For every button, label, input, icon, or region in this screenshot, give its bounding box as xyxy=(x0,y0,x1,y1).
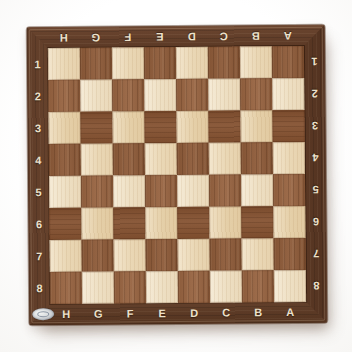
chess-board: HGFEDCBAHGFEDCBA1234567812345678 xyxy=(27,25,328,326)
file-label-bottom-d: D xyxy=(178,303,210,324)
square-e8[interactable] xyxy=(146,271,178,303)
square-c1[interactable] xyxy=(208,46,240,78)
rank-label-left-6: 6 xyxy=(28,208,49,240)
file-label-bottom-a: A xyxy=(274,302,306,323)
square-f6[interactable] xyxy=(113,207,145,239)
square-c5[interactable] xyxy=(209,174,241,206)
square-b5[interactable] xyxy=(241,174,273,206)
square-e1[interactable] xyxy=(144,47,176,79)
square-a5[interactable] xyxy=(273,174,305,206)
file-label-bottom-c: C xyxy=(210,302,242,323)
square-c2[interactable] xyxy=(208,78,240,110)
square-a6[interactable] xyxy=(273,206,305,238)
rank-label-left-5: 5 xyxy=(28,176,49,208)
square-h5[interactable] xyxy=(49,176,81,208)
square-f2[interactable] xyxy=(112,79,144,111)
square-h4[interactable] xyxy=(49,144,81,176)
file-label-top-b: B xyxy=(240,25,272,46)
rank-label-right-8: 8 xyxy=(306,270,327,302)
square-d5[interactable] xyxy=(177,175,209,207)
square-f8[interactable] xyxy=(114,271,146,303)
square-d6[interactable] xyxy=(177,207,209,239)
square-a4[interactable] xyxy=(273,142,305,174)
square-b4[interactable] xyxy=(241,142,273,174)
square-e6[interactable] xyxy=(145,207,177,239)
rank-label-left-3: 3 xyxy=(27,112,48,144)
square-b8[interactable] xyxy=(242,270,274,302)
rank-label-right-6: 6 xyxy=(305,206,326,238)
square-g3[interactable] xyxy=(80,112,112,144)
file-label-top-g: G xyxy=(80,27,112,48)
file-label-bottom-e: E xyxy=(146,303,178,324)
square-f3[interactable] xyxy=(112,111,144,143)
square-c6[interactable] xyxy=(209,206,241,238)
rank-label-right-4: 4 xyxy=(305,142,326,174)
square-e7[interactable] xyxy=(146,239,178,271)
square-g4[interactable] xyxy=(81,144,113,176)
square-a7[interactable] xyxy=(274,238,306,270)
rank-label-left-2: 2 xyxy=(27,80,48,112)
file-label-top-d: D xyxy=(176,26,208,47)
square-f4[interactable] xyxy=(113,143,145,175)
square-e5[interactable] xyxy=(145,175,177,207)
square-c8[interactable] xyxy=(210,270,242,302)
rank-label-left-8: 8 xyxy=(29,272,50,304)
square-g2[interactable] xyxy=(80,80,112,112)
square-b7[interactable] xyxy=(242,238,274,270)
square-d1[interactable] xyxy=(176,47,208,79)
square-g6[interactable] xyxy=(81,208,113,240)
file-label-bottom-h: H xyxy=(50,304,82,325)
square-d4[interactable] xyxy=(177,143,209,175)
square-d2[interactable] xyxy=(176,79,208,111)
rank-label-left-1: 1 xyxy=(27,48,48,80)
rank-label-left-4: 4 xyxy=(28,144,49,176)
square-a2[interactable] xyxy=(272,78,304,110)
square-e3[interactable] xyxy=(144,111,176,143)
file-label-bottom-b: B xyxy=(242,302,274,323)
square-c4[interactable] xyxy=(209,142,241,174)
square-h6[interactable] xyxy=(49,208,81,240)
square-h1[interactable] xyxy=(48,48,80,80)
file-label-top-c: C xyxy=(208,25,240,46)
square-d3[interactable] xyxy=(176,111,208,143)
square-f7[interactable] xyxy=(114,239,146,271)
file-label-bottom-f: F xyxy=(114,303,146,324)
rank-label-right-1: 1 xyxy=(304,46,325,78)
square-e4[interactable] xyxy=(145,143,177,175)
file-label-top-a: A xyxy=(272,25,304,46)
square-c7[interactable] xyxy=(210,238,242,270)
rank-label-right-7: 7 xyxy=(306,238,327,270)
square-f1[interactable] xyxy=(112,47,144,79)
square-d7[interactable] xyxy=(178,239,210,271)
square-a3[interactable] xyxy=(272,110,304,142)
square-g8[interactable] xyxy=(82,272,114,304)
square-h7[interactable] xyxy=(50,240,82,272)
rank-label-right-5: 5 xyxy=(305,174,326,206)
square-g5[interactable] xyxy=(81,176,113,208)
file-label-top-e: E xyxy=(144,26,176,47)
square-a1[interactable] xyxy=(272,46,304,78)
square-e2[interactable] xyxy=(144,79,176,111)
square-d8[interactable] xyxy=(178,271,210,303)
board-photo: HGFEDCBAHGFEDCBA1234567812345678 xyxy=(0,0,352,352)
playing-field xyxy=(48,46,306,304)
rank-label-right-2: 2 xyxy=(304,78,325,110)
square-b3[interactable] xyxy=(240,110,272,142)
square-b2[interactable] xyxy=(240,78,272,110)
coordinate-labels: HGFEDCBAHGFEDCBA1234567812345678 xyxy=(27,25,325,28)
rank-label-left-7: 7 xyxy=(29,240,50,272)
file-label-bottom-g: G xyxy=(82,304,114,325)
square-h3[interactable] xyxy=(48,112,80,144)
square-f5[interactable] xyxy=(113,175,145,207)
file-label-top-h: H xyxy=(48,27,80,48)
rank-label-right-3: 3 xyxy=(304,110,325,142)
file-label-top-f: F xyxy=(112,26,144,47)
square-a8[interactable] xyxy=(274,270,306,302)
square-c3[interactable] xyxy=(208,110,240,142)
square-g7[interactable] xyxy=(82,240,114,272)
square-b6[interactable] xyxy=(241,206,273,238)
square-b1[interactable] xyxy=(240,46,272,78)
square-g1[interactable] xyxy=(80,48,112,80)
square-h8[interactable] xyxy=(50,272,82,304)
square-h2[interactable] xyxy=(48,80,80,112)
